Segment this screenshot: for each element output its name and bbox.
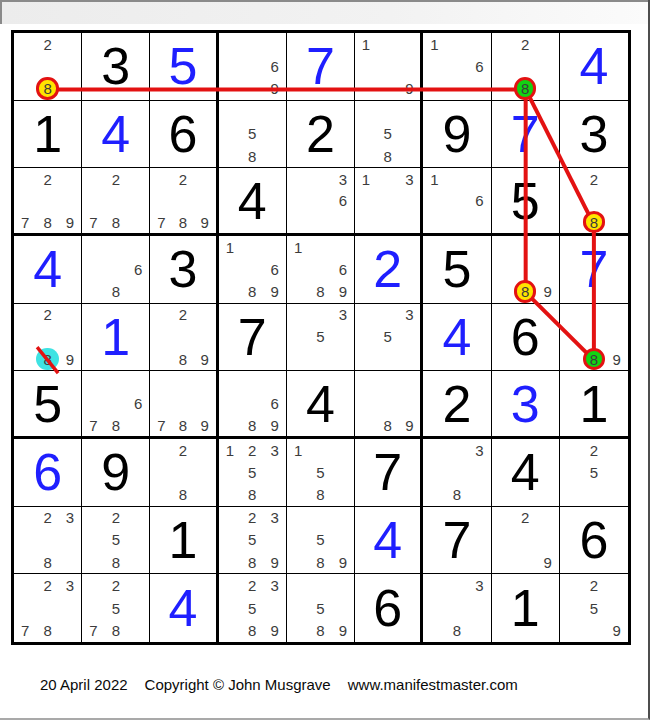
pencil-marks: 58 bbox=[219, 101, 286, 168]
candidate-2: 2 bbox=[105, 574, 127, 597]
cell-r2c4[interactable]: 58 bbox=[219, 101, 287, 169]
pencil-marks: 278 bbox=[82, 168, 149, 233]
candidate-6: 6 bbox=[332, 258, 354, 280]
candidate-9: 9 bbox=[332, 619, 354, 642]
cell-r6c9[interactable]: 1 bbox=[560, 371, 628, 439]
footer-website: www.manifestmaster.com bbox=[348, 676, 518, 693]
pencil-marks: 238 bbox=[14, 507, 81, 574]
candidate-3: 3 bbox=[468, 439, 490, 461]
cell-r2c8[interactable]: 7 bbox=[492, 101, 560, 169]
pencil-marks: 29 bbox=[492, 507, 559, 574]
candidate-2: 2 bbox=[583, 439, 606, 461]
cell-r1c9[interactable]: 4 bbox=[560, 33, 628, 101]
cell-r6c5[interactable]: 4 bbox=[287, 371, 355, 439]
pencil-marks: 13 bbox=[355, 168, 420, 233]
chain-node-yellow-8: 8 bbox=[36, 77, 58, 99]
candidate-9: 9 bbox=[263, 280, 285, 302]
pencil-marks: 35 bbox=[287, 304, 354, 371]
candidate-8: 8 bbox=[377, 145, 399, 167]
cell-r3c8[interactable]: 5 bbox=[492, 168, 560, 236]
candidate-8: 8 bbox=[309, 551, 331, 573]
chain-node-yellow-8: 8 bbox=[514, 280, 536, 302]
candidate-7: 7 bbox=[82, 414, 104, 436]
candidate-5: 5 bbox=[309, 326, 331, 348]
cell-r4c7[interactable]: 5 bbox=[423, 236, 491, 304]
candidate-2: 2 bbox=[172, 439, 194, 461]
footer: 20 April 2022 Copyright © John Musgrave … bbox=[40, 676, 518, 693]
cell-r4c5[interactable]: 1689 bbox=[287, 236, 355, 304]
pencil-marks: 68 bbox=[82, 236, 149, 303]
candidate-5: 5 bbox=[583, 597, 606, 620]
candidate-3: 3 bbox=[468, 574, 490, 597]
cell-r1c2[interactable]: 3 bbox=[82, 33, 150, 101]
pencil-marks: 23589 bbox=[219, 507, 286, 574]
cell-r2c3[interactable]: 6 bbox=[150, 101, 218, 169]
candidate-9: 9 bbox=[332, 280, 354, 302]
candidate-9: 9 bbox=[263, 77, 285, 99]
cell-r5c4[interactable]: 7 bbox=[219, 304, 287, 372]
candidate-8: 8 bbox=[241, 483, 263, 505]
chain-node-green-8: 8 bbox=[514, 77, 536, 99]
candidate-9: 9 bbox=[263, 551, 285, 573]
candidate-3: 3 bbox=[59, 507, 81, 529]
pencil-marks: 58 bbox=[355, 101, 420, 168]
cell-r6c1[interactable]: 5 bbox=[14, 371, 82, 439]
candidate-2: 2 bbox=[36, 33, 58, 55]
cell-r3c9[interactable]: 28 bbox=[560, 168, 628, 236]
candidate-5: 5 bbox=[309, 597, 331, 620]
candidate-3: 3 bbox=[399, 168, 421, 190]
candidate-8: 8 bbox=[241, 145, 263, 167]
cell-r2c6[interactable]: 58 bbox=[355, 101, 423, 169]
candidate-2: 2 bbox=[172, 304, 194, 326]
candidate-2: 2 bbox=[241, 507, 263, 529]
candidate-8: 8 bbox=[241, 619, 263, 642]
cell-r9c7[interactable]: 38 bbox=[423, 574, 491, 642]
candidate-5: 5 bbox=[241, 529, 263, 551]
pencil-marks: 589 bbox=[287, 574, 354, 642]
candidate-8: 8 bbox=[105, 211, 127, 233]
cell-r4c2[interactable]: 68 bbox=[82, 236, 150, 304]
candidate-2: 2 bbox=[105, 507, 127, 529]
candidate-5: 5 bbox=[241, 597, 263, 620]
candidate-8: 8 bbox=[309, 619, 331, 642]
footer-copyright: Copyright © John Musgrave bbox=[145, 676, 331, 693]
cell-r7c4[interactable]: 12358 bbox=[219, 439, 287, 507]
candidate-3: 3 bbox=[332, 304, 354, 326]
cell-r5c2[interactable]: 1 bbox=[82, 304, 150, 372]
candidate-1: 1 bbox=[287, 439, 309, 461]
cell-r3c7[interactable]: 16 bbox=[423, 168, 491, 236]
candidate-2: 2 bbox=[105, 168, 127, 190]
cell-r7c3[interactable]: 28 bbox=[150, 439, 218, 507]
chain-node-yellow-8: 8 bbox=[583, 211, 606, 233]
cell-r5c6[interactable]: 35 bbox=[355, 304, 423, 372]
candidate-6: 6 bbox=[263, 55, 285, 77]
candidate-9: 9 bbox=[399, 77, 421, 99]
pencil-marks: 28 bbox=[560, 168, 628, 233]
candidate-2: 2 bbox=[36, 574, 58, 597]
pencil-marks: 259 bbox=[560, 574, 628, 642]
cell-r8c3[interactable]: 1 bbox=[150, 507, 218, 575]
candidate-9: 9 bbox=[536, 280, 558, 302]
candidate-9: 9 bbox=[59, 348, 81, 370]
candidate-8: 8 bbox=[172, 211, 194, 233]
candidate-5: 5 bbox=[241, 123, 263, 145]
pencil-marks: 1689 bbox=[287, 236, 354, 303]
candidate-6: 6 bbox=[468, 55, 490, 77]
title-bar bbox=[0, 0, 648, 24]
candidate-6: 6 bbox=[263, 393, 285, 415]
candidate-1: 1 bbox=[423, 168, 445, 190]
cell-r8c9[interactable]: 6 bbox=[560, 507, 628, 575]
cell-r7c9[interactable]: 25 bbox=[560, 439, 628, 507]
pencil-marks: 28 bbox=[14, 33, 81, 100]
cell-r7c7[interactable]: 38 bbox=[423, 439, 491, 507]
candidate-3: 3 bbox=[332, 168, 354, 190]
cell-r6c2[interactable]: 678 bbox=[82, 371, 150, 439]
cell-r6c8[interactable]: 3 bbox=[492, 371, 560, 439]
candidate-7: 7 bbox=[82, 211, 104, 233]
candidate-8: 8 bbox=[105, 280, 127, 302]
candidate-3: 3 bbox=[263, 507, 285, 529]
candidate-2: 2 bbox=[583, 168, 606, 190]
cell-r9c1[interactable]: 2378 bbox=[14, 574, 82, 642]
cell-r3c4[interactable]: 4 bbox=[219, 168, 287, 236]
cell-r3c5[interactable]: 36 bbox=[287, 168, 355, 236]
candidate-2: 2 bbox=[36, 168, 58, 190]
cell-r5c9[interactable]: 89 bbox=[560, 304, 628, 372]
candidate-9: 9 bbox=[194, 414, 216, 436]
cell-r7c6[interactable]: 7 bbox=[355, 439, 423, 507]
cell-r5c1[interactable]: 289 bbox=[14, 304, 82, 372]
candidate-8: 8 bbox=[172, 348, 194, 370]
cell-r1c3[interactable]: 5 bbox=[150, 33, 218, 101]
candidate-8: 8 bbox=[36, 551, 58, 573]
pencil-marks: 2789 bbox=[14, 168, 81, 233]
chain-node-green-8: 8 bbox=[583, 348, 606, 370]
candidate-5: 5 bbox=[377, 123, 399, 145]
candidate-5: 5 bbox=[105, 597, 127, 620]
cell-r1c5[interactable]: 7 bbox=[287, 33, 355, 101]
candidate-8: 8 bbox=[446, 619, 468, 642]
pencil-marks: 289 bbox=[150, 304, 215, 371]
pencil-marks: 678 bbox=[82, 371, 149, 436]
cell-r8c7[interactable]: 7 bbox=[423, 507, 491, 575]
candidate-8: 8 bbox=[309, 280, 331, 302]
candidate-8: 8 bbox=[446, 483, 468, 505]
cell-r4c9[interactable]: 7 bbox=[560, 236, 628, 304]
cell-r6c3[interactable]: 789 bbox=[150, 371, 218, 439]
pencil-marks: 25 bbox=[560, 439, 628, 506]
cell-r6c7[interactable]: 2 bbox=[423, 371, 491, 439]
cell-r3c2[interactable]: 278 bbox=[82, 168, 150, 236]
candidate-3: 3 bbox=[263, 574, 285, 597]
candidate-8: 8 bbox=[105, 551, 127, 573]
candidate-8: 8 bbox=[241, 414, 263, 436]
candidate-3: 3 bbox=[59, 574, 81, 597]
cell-r2c7[interactable]: 9 bbox=[423, 101, 491, 169]
cell-r1c4[interactable]: 69 bbox=[219, 33, 287, 101]
cell-r1c7[interactable]: 16 bbox=[423, 33, 491, 101]
candidate-2: 2 bbox=[36, 304, 58, 326]
candidate-7: 7 bbox=[14, 619, 36, 642]
candidate-7: 7 bbox=[150, 211, 172, 233]
candidate-8: 8 bbox=[309, 483, 331, 505]
cell-r4c3[interactable]: 3 bbox=[150, 236, 218, 304]
candidate-2: 2 bbox=[241, 439, 263, 461]
pencil-marks: 289 bbox=[14, 304, 81, 371]
cell-r6c6[interactable]: 89 bbox=[355, 371, 423, 439]
candidate-8: 8 bbox=[241, 551, 263, 573]
pencil-marks: 69 bbox=[219, 33, 286, 100]
candidate-6: 6 bbox=[332, 190, 354, 212]
cell-r9c9[interactable]: 259 bbox=[560, 574, 628, 642]
pencil-marks: 36 bbox=[287, 168, 354, 233]
pencil-marks: 12358 bbox=[219, 439, 286, 506]
candidate-9: 9 bbox=[263, 414, 285, 436]
candidate-8: 8 bbox=[105, 619, 127, 642]
pencil-marks: 38 bbox=[423, 439, 490, 506]
candidate-7: 7 bbox=[150, 414, 172, 436]
cell-r7c5[interactable]: 158 bbox=[287, 439, 355, 507]
cell-r4c1[interactable]: 4 bbox=[14, 236, 82, 304]
cell-r3c1[interactable]: 2789 bbox=[14, 168, 82, 236]
candidate-9: 9 bbox=[194, 211, 216, 233]
candidate-7: 7 bbox=[82, 619, 104, 642]
cell-r1c1[interactable]: 28 bbox=[14, 33, 82, 101]
candidate-6: 6 bbox=[127, 393, 149, 415]
candidate-5: 5 bbox=[105, 529, 127, 551]
candidate-9: 9 bbox=[399, 414, 421, 436]
pencil-marks: 89 bbox=[492, 236, 559, 303]
pencil-marks: 23589 bbox=[219, 574, 286, 642]
pencil-marks: 2378 bbox=[14, 574, 81, 642]
cell-r2c1[interactable]: 1 bbox=[14, 101, 82, 169]
cell-r6c4[interactable]: 689 bbox=[219, 371, 287, 439]
candidate-5: 5 bbox=[241, 461, 263, 483]
cell-r5c8[interactable]: 6 bbox=[492, 304, 560, 372]
candidate-2: 2 bbox=[583, 574, 606, 597]
footer-date: 20 April 2022 bbox=[40, 676, 128, 693]
pencil-marks: 89 bbox=[355, 371, 420, 436]
candidate-2: 2 bbox=[36, 507, 58, 529]
app-window: 2835697191628414658258973278927827894361… bbox=[0, 0, 650, 720]
candidate-8: 8 bbox=[36, 211, 58, 233]
candidate-5: 5 bbox=[309, 529, 331, 551]
pencil-marks: 589 bbox=[287, 507, 354, 574]
candidate-9: 9 bbox=[536, 551, 558, 573]
candidate-6: 6 bbox=[263, 258, 285, 280]
pencil-marks: 16 bbox=[423, 168, 490, 233]
cell-r7c8[interactable]: 4 bbox=[492, 439, 560, 507]
candidate-5: 5 bbox=[309, 461, 331, 483]
candidate-1: 1 bbox=[355, 168, 377, 190]
candidate-9: 9 bbox=[59, 211, 81, 233]
pencil-marks: 789 bbox=[150, 371, 215, 436]
pencil-marks: 28 bbox=[150, 439, 215, 506]
candidate-8: 8 bbox=[172, 483, 194, 505]
cell-r7c2[interactable]: 9 bbox=[82, 439, 150, 507]
candidate-3: 3 bbox=[263, 439, 285, 461]
cell-r2c9[interactable]: 3 bbox=[560, 101, 628, 169]
cell-r8c1[interactable]: 238 bbox=[14, 507, 82, 575]
cell-r2c2[interactable]: 4 bbox=[82, 101, 150, 169]
pencil-marks: 35 bbox=[355, 304, 420, 371]
candidate-3: 3 bbox=[399, 304, 421, 326]
pencil-marks: 2789 bbox=[150, 168, 215, 233]
pencil-marks: 28 bbox=[492, 33, 559, 100]
cell-r1c6[interactable]: 19 bbox=[355, 33, 423, 101]
candidate-9: 9 bbox=[605, 348, 628, 370]
pencil-marks: 1689 bbox=[219, 236, 286, 303]
cell-r8c5[interactable]: 589 bbox=[287, 507, 355, 575]
candidate-8: 8 bbox=[36, 619, 58, 642]
candidate-1: 1 bbox=[423, 33, 445, 55]
candidate-2: 2 bbox=[241, 574, 263, 597]
pencil-marks: 19 bbox=[355, 33, 420, 100]
cell-r8c4[interactable]: 23589 bbox=[219, 507, 287, 575]
pencil-marks: 16 bbox=[423, 33, 490, 100]
pencil-marks: 38 bbox=[423, 574, 490, 642]
candidate-9: 9 bbox=[605, 619, 628, 642]
cell-r2c5[interactable]: 2 bbox=[287, 101, 355, 169]
candidate-9: 9 bbox=[263, 619, 285, 642]
cell-r4c6[interactable]: 2 bbox=[355, 236, 423, 304]
candidate-8: 8 bbox=[241, 280, 263, 302]
pencil-marks: 258 bbox=[82, 507, 149, 574]
cell-r4c8[interactable]: 89 bbox=[492, 236, 560, 304]
candidate-2: 2 bbox=[514, 507, 536, 529]
candidate-6: 6 bbox=[127, 258, 149, 280]
candidate-9: 9 bbox=[332, 551, 354, 573]
candidate-1: 1 bbox=[355, 33, 377, 55]
candidate-7: 7 bbox=[14, 211, 36, 233]
cell-r8c8[interactable]: 29 bbox=[492, 507, 560, 575]
candidate-8: 8 bbox=[377, 414, 399, 436]
pencil-marks: 2578 bbox=[82, 574, 149, 642]
candidate-8: 8 bbox=[172, 414, 194, 436]
cell-r9c5[interactable]: 589 bbox=[287, 574, 355, 642]
cell-r3c6[interactable]: 13 bbox=[355, 168, 423, 236]
candidate-8: 8 bbox=[105, 414, 127, 436]
candidate-1: 1 bbox=[219, 236, 241, 258]
candidate-6: 6 bbox=[468, 190, 490, 212]
cell-r9c2[interactable]: 2578 bbox=[82, 574, 150, 642]
cell-r1c8[interactable]: 28 bbox=[492, 33, 560, 101]
candidate-9: 9 bbox=[194, 348, 216, 370]
cell-r9c3[interactable]: 4 bbox=[150, 574, 218, 642]
candidate-1: 1 bbox=[219, 439, 241, 461]
pencil-marks: 89 bbox=[560, 304, 628, 371]
cell-r5c7[interactable]: 4 bbox=[423, 304, 491, 372]
candidate-5: 5 bbox=[377, 326, 399, 348]
cell-r4c4[interactable]: 1689 bbox=[219, 236, 287, 304]
candidate-2: 2 bbox=[172, 168, 194, 190]
pencil-marks: 689 bbox=[219, 371, 286, 436]
cell-r9c4[interactable]: 23589 bbox=[219, 574, 287, 642]
cell-r5c5[interactable]: 35 bbox=[287, 304, 355, 372]
pencil-marks: 158 bbox=[287, 439, 354, 506]
cell-r9c6[interactable]: 6 bbox=[355, 574, 423, 642]
cell-r5c3[interactable]: 289 bbox=[150, 304, 218, 372]
cell-r8c2[interactable]: 258 bbox=[82, 507, 150, 575]
candidate-5: 5 bbox=[583, 461, 606, 483]
sudoku-board: 2835697191628414658258973278927827894361… bbox=[11, 30, 631, 645]
cell-r3c3[interactable]: 2789 bbox=[150, 168, 218, 236]
cell-r8c6[interactable]: 4 bbox=[355, 507, 423, 575]
candidate-1: 1 bbox=[287, 236, 309, 258]
cell-r9c8[interactable]: 1 bbox=[492, 574, 560, 642]
cell-r7c1[interactable]: 6 bbox=[14, 439, 82, 507]
candidate-2: 2 bbox=[514, 33, 536, 55]
eliminated-candidate-8: 8 bbox=[36, 348, 58, 370]
